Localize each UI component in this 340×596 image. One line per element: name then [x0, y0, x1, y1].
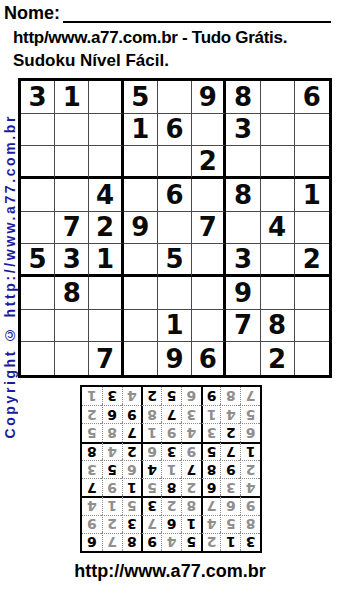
sudoku-cell-r3c6: 2 — [192, 146, 226, 179]
sudoku-cell-r6c7: 3 — [226, 244, 260, 277]
solution-cell-r5c7: 6 — [122, 460, 142, 478]
sudoku-cell-r2c9[interactable] — [295, 114, 329, 147]
sudoku-cell-r4c3: 4 — [89, 179, 123, 212]
sudoku-cell-r8c8: 8 — [261, 310, 295, 343]
solution-cell-r9c8: 3 — [102, 387, 122, 405]
sudoku-grid: 3159861632468172974531532891787962 — [18, 78, 332, 378]
sudoku-cell-r5c7[interactable] — [226, 212, 260, 245]
sudoku-cell-r9c6: 6 — [192, 342, 226, 375]
solution-cell-r8c6: 8 — [141, 405, 161, 423]
name-row: Nome: — [4, 3, 331, 24]
sudoku-cell-r1c5[interactable] — [158, 81, 192, 114]
solution-cell-r5c4: 7 — [181, 460, 201, 478]
sudoku-cell-r2c1[interactable] — [21, 114, 55, 147]
sudoku-cell-r5c9[interactable] — [295, 212, 329, 245]
solution-cell-r8c4: 3 — [181, 405, 201, 423]
solution-cell-r8c8: 6 — [102, 405, 122, 423]
solution-cell-r4c8: 9 — [102, 478, 122, 496]
sudoku-cell-r8c5: 1 — [158, 310, 192, 343]
sudoku-cell-r6c5: 5 — [158, 244, 192, 277]
solution-cell-r8c5: 7 — [161, 405, 181, 423]
solution-cell-r1c9: 6 — [82, 533, 102, 551]
sudoku-cell-r8c4[interactable] — [124, 310, 158, 343]
solution-cell-r9c4: 6 — [181, 387, 201, 405]
solution-cell-r8c7: 9 — [122, 405, 142, 423]
sudoku-cell-r8c6[interactable] — [192, 310, 226, 343]
solution-cell-r6c4: 9 — [181, 442, 201, 460]
sudoku-cell-r1c9: 6 — [295, 81, 329, 114]
sudoku-cell-r3c3[interactable] — [89, 146, 123, 179]
sudoku-cell-r2c8[interactable] — [261, 114, 295, 147]
solution-cell-r5c3: 8 — [201, 460, 221, 478]
solution-cell-r2c5: 6 — [161, 515, 181, 533]
sudoku-cell-r2c2[interactable] — [55, 114, 89, 147]
solution-cell-r1c6: 9 — [141, 533, 161, 551]
sudoku-cell-r5c1[interactable] — [21, 212, 55, 245]
solution-cell-r7c8: 8 — [102, 423, 122, 441]
sudoku-cell-r9c2[interactable] — [55, 342, 89, 375]
sudoku-cell-r9c4[interactable] — [124, 342, 158, 375]
sudoku-cell-r9c1[interactable] — [21, 342, 55, 375]
solution-cell-r3c3: 7 — [201, 496, 221, 514]
solution-cell-r2c4: 1 — [181, 515, 201, 533]
solution-cell-r9c3: 9 — [201, 387, 221, 405]
solution-cell-r9c5: 5 — [161, 387, 181, 405]
sudoku-cell-r8c9[interactable] — [295, 310, 329, 343]
solution-cell-r7c2: 2 — [220, 423, 240, 441]
solution-cell-r3c8: 1 — [102, 496, 122, 514]
solution-cell-r4c4: 2 — [181, 478, 201, 496]
sudoku-cell-r1c1: 3 — [21, 81, 55, 114]
solution-cell-r6c2: 7 — [220, 442, 240, 460]
solution-cell-r9c7: 4 — [122, 387, 142, 405]
solution-cell-r8c1: 5 — [240, 405, 260, 423]
sudoku-cell-r4c2[interactable] — [55, 179, 89, 212]
sudoku-cell-r7c2: 8 — [55, 277, 89, 310]
solution-cell-r7c6: 1 — [141, 423, 161, 441]
sudoku-cell-r2c4: 1 — [124, 114, 158, 147]
sudoku-cell-r4c6[interactable] — [192, 179, 226, 212]
solution-cell-r3c7: 5 — [122, 496, 142, 514]
solution-cell-r2c9: 9 — [82, 515, 102, 533]
sudoku-cell-r6c2: 3 — [55, 244, 89, 277]
sudoku-cell-r1c8[interactable] — [261, 81, 295, 114]
solution-cell-r5c5: 1 — [161, 460, 181, 478]
solution-cell-r1c1: 3 — [240, 533, 260, 551]
sudoku-cell-r8c1[interactable] — [21, 310, 55, 343]
solution-cell-r7c3: 3 — [201, 423, 221, 441]
sudoku-cell-r7c5[interactable] — [158, 277, 192, 310]
sudoku-cell-r5c2: 7 — [55, 212, 89, 245]
sudoku-cell-r1c3[interactable] — [89, 81, 123, 114]
solution-cell-r9c2: 8 — [220, 387, 240, 405]
solution-cell-r8c2: 4 — [220, 405, 240, 423]
sudoku-cell-r7c7: 9 — [226, 277, 260, 310]
sudoku-cell-r2c7: 3 — [226, 114, 260, 147]
sudoku-cell-r6c4[interactable] — [124, 244, 158, 277]
solution-cell-r7c1: 6 — [240, 423, 260, 441]
sudoku-cell-r9c8: 2 — [261, 342, 295, 375]
sudoku-cell-r7c9[interactable] — [295, 277, 329, 310]
sudoku-cell-r4c7: 8 — [226, 179, 260, 212]
sudoku-cell-r5c8: 4 — [261, 212, 295, 245]
sudoku-cell-r3c7[interactable] — [226, 146, 260, 179]
name-underline — [63, 5, 331, 23]
sudoku-worksheet-page: Nome: http/www.a77.com.br - Tudo Grátis.… — [0, 0, 340, 596]
solution-cell-r9c9: 1 — [82, 387, 102, 405]
solution-cell-r2c1: 8 — [240, 515, 260, 533]
solution-cell-r4c5: 8 — [161, 478, 181, 496]
site-tagline: http/www.a77.com.br - Tudo Grátis. — [13, 28, 287, 48]
solution-cell-r4c6: 5 — [141, 478, 161, 496]
page-title: Sudoku Nível Fácil. — [13, 51, 169, 71]
sudoku-cell-r5c3: 2 — [89, 212, 123, 245]
sudoku-cell-r6c8[interactable] — [261, 244, 295, 277]
sudoku-cell-r6c6[interactable] — [192, 244, 226, 277]
solution-cell-r1c3: 2 — [201, 533, 221, 551]
sudoku-cell-r9c5: 9 — [158, 342, 192, 375]
sudoku-cell-r3c1[interactable] — [21, 146, 55, 179]
solution-cell-r1c5: 4 — [161, 533, 181, 551]
solution-cell-r3c2: 6 — [220, 496, 240, 514]
solution-cell-r2c7: 3 — [122, 515, 142, 533]
solution-cell-r2c3: 4 — [201, 515, 221, 533]
sudoku-cell-r7c3[interactable] — [89, 277, 123, 310]
sudoku-cell-r3c5[interactable] — [158, 146, 192, 179]
solution-cell-r1c4: 5 — [181, 533, 201, 551]
sudoku-cell-r9c9[interactable] — [295, 342, 329, 375]
sudoku-cell-r4c1[interactable] — [21, 179, 55, 212]
sudoku-cell-r4c4[interactable] — [124, 179, 158, 212]
sudoku-cell-r7c4[interactable] — [124, 277, 158, 310]
solution-cell-r6c1: 1 — [240, 442, 260, 460]
sudoku-cell-r1c7: 8 — [226, 81, 260, 114]
sudoku-cell-r7c8[interactable] — [261, 277, 295, 310]
copyright-text: Copyright © http://www.a77.com.br — [2, 114, 18, 439]
sudoku-cell-r4c9: 1 — [295, 179, 329, 212]
sudoku-cell-r3c8[interactable] — [261, 146, 295, 179]
solution-cell-r4c2: 3 — [220, 478, 240, 496]
solution-cell-r1c7: 8 — [122, 533, 142, 551]
sudoku-cell-r8c7: 7 — [226, 310, 260, 343]
solution-cell-r1c2: 1 — [220, 533, 240, 551]
sudoku-cell-r2c3[interactable] — [89, 114, 123, 147]
solution-cell-r3c9: 4 — [82, 496, 102, 514]
sudoku-cell-r4c8[interactable] — [261, 179, 295, 212]
solution-cell-r4c7: 1 — [122, 478, 142, 496]
solution-cell-r3c1: 9 — [240, 496, 260, 514]
solution-cell-r6c5: 3 — [161, 442, 181, 460]
solution-cell-r7c9: 5 — [82, 423, 102, 441]
sudoku-cell-r2c5: 6 — [158, 114, 192, 147]
solution-cell-r9c6: 2 — [141, 387, 161, 405]
sudoku-cell-r7c6[interactable] — [192, 277, 226, 310]
solution-cell-r1c8: 7 — [102, 533, 122, 551]
name-label: Nome: — [4, 3, 60, 24]
sudoku-cell-r2c6[interactable] — [192, 114, 226, 147]
sudoku-cell-r6c3: 1 — [89, 244, 123, 277]
sudoku-cell-r3c4[interactable] — [124, 146, 158, 179]
solution-cell-r6c8: 4 — [102, 442, 122, 460]
solution-cell-r4c9: 7 — [82, 478, 102, 496]
copyright-sidebar: Copyright © http://www.a77.com.br — [0, 80, 20, 472]
solution-cell-r3c5: 2 — [161, 496, 181, 514]
sudoku-cell-r5c5[interactable] — [158, 212, 192, 245]
solution-cell-r4c3: 6 — [201, 478, 221, 496]
solution-cell-r5c2: 9 — [220, 460, 240, 478]
solution-cell-r3c4: 8 — [181, 496, 201, 514]
solution-cell-r8c9: 2 — [82, 405, 102, 423]
solution-cell-r9c1: 7 — [240, 387, 260, 405]
solution-cell-r5c1: 2 — [240, 460, 260, 478]
solution-cell-r2c8: 2 — [102, 515, 122, 533]
solution-cell-r4c1: 4 — [240, 478, 260, 496]
sudoku-cell-r1c4: 5 — [124, 81, 158, 114]
sudoku-cell-r3c2[interactable] — [55, 146, 89, 179]
solution-cell-r5c9: 3 — [82, 460, 102, 478]
solution-cell-r6c6: 6 — [141, 442, 161, 460]
sudoku-cell-r8c3[interactable] — [89, 310, 123, 343]
sudoku-cell-r1c2: 1 — [55, 81, 89, 114]
sudoku-cell-r1c6: 9 — [192, 81, 226, 114]
solution-cell-r6c9: 8 — [82, 442, 102, 460]
solution-cell-r6c3: 5 — [201, 442, 221, 460]
solution-cell-r3c6: 3 — [141, 496, 161, 514]
sudoku-cell-r9c3: 7 — [89, 342, 123, 375]
solution-cell-r2c2: 5 — [220, 515, 240, 533]
solution-cell-r2c6: 7 — [141, 515, 161, 533]
sudoku-cell-r7c1[interactable] — [21, 277, 55, 310]
solution-cell-r7c4: 4 — [181, 423, 201, 441]
sudoku-cell-r3c9[interactable] — [295, 146, 329, 179]
solution-cell-r6c7: 2 — [122, 442, 142, 460]
sudoku-cell-r6c9: 2 — [295, 244, 329, 277]
solution-cell-r8c3: 1 — [201, 405, 221, 423]
sudoku-cell-r9c7[interactable] — [226, 342, 260, 375]
solution-cell-r5c6: 4 — [141, 460, 161, 478]
sudoku-cell-r8c2[interactable] — [55, 310, 89, 343]
solution-cell-r7c5: 9 — [161, 423, 181, 441]
sudoku-cell-r6c1: 5 — [21, 244, 55, 277]
solution-grid: 3125498768541673299678235144362851972987… — [80, 385, 262, 553]
solution-cell-r5c8: 5 — [102, 460, 122, 478]
sudoku-cell-r5c4: 9 — [124, 212, 158, 245]
sudoku-cell-r4c5: 6 — [158, 179, 192, 212]
sudoku-cell-r5c6: 7 — [192, 212, 226, 245]
footer-url: http://www.a77.com.br — [0, 561, 340, 582]
solution-cell-r7c7: 7 — [122, 423, 142, 441]
